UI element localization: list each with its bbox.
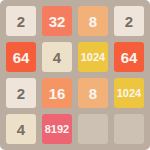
tile-2-r1c4: 2 <box>114 6 144 36</box>
tile-2-r3c1: 2 <box>6 78 36 108</box>
tile-2-r1c1: 2 <box>6 6 36 36</box>
tile-8-r1c3: 8 <box>78 6 108 36</box>
board-grid[interactable]: 232826441024642168102448192 <box>0 0 150 150</box>
tile-16-r3c2: 16 <box>42 78 72 108</box>
tile-8192-r4c2: 8192 <box>42 114 72 144</box>
tile-4-r2c2: 4 <box>42 42 72 72</box>
tile-1024-r3c4: 1024 <box>114 78 144 108</box>
tile-64-r2c4: 64 <box>114 42 144 72</box>
tile-4-r4c1: 4 <box>6 114 36 144</box>
tile-8-r3c3: 8 <box>78 78 108 108</box>
tile-1024-r2c3: 1024 <box>78 42 108 72</box>
empty-cell-r4c4 <box>114 114 144 144</box>
empty-cell-r4c3 <box>78 114 108 144</box>
tile-32-r1c2: 32 <box>42 6 72 36</box>
tile-64-r2c1: 64 <box>6 42 36 72</box>
